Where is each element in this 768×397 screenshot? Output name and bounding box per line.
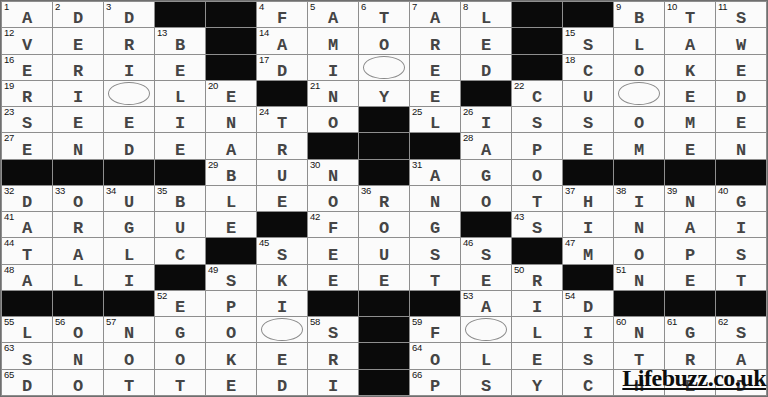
cell-r13c10[interactable] xyxy=(461,317,511,342)
cell-r1c3[interactable]: 3D xyxy=(104,2,154,27)
cell-r3c14[interactable]: K xyxy=(665,55,715,80)
cell-letter: I xyxy=(461,116,511,132)
cell-r4c12[interactable]: U xyxy=(563,81,613,106)
cell-r4c5[interactable]: 20E xyxy=(206,81,256,106)
cell-r11c5[interactable]: 49S xyxy=(206,265,256,290)
cell-r15c1[interactable]: 65D xyxy=(2,370,52,395)
cell-letter: N xyxy=(614,274,664,290)
cell-r11c1[interactable]: 48A xyxy=(2,265,52,290)
cell-r10c10[interactable]: 46S xyxy=(461,238,511,263)
cell-r15c6[interactable]: D xyxy=(257,370,307,395)
cell-letter: N xyxy=(614,221,664,237)
cell-r9c11[interactable]: 43S xyxy=(512,212,562,237)
cell-r11c11[interactable]: 50R xyxy=(512,265,562,290)
cell-letter: A xyxy=(410,169,460,185)
black-cell xyxy=(155,265,205,290)
black-cell xyxy=(512,238,562,263)
cell-letter: R xyxy=(104,38,154,54)
cell-r10c3[interactable]: L xyxy=(104,238,154,263)
cell-letter: E xyxy=(461,38,511,54)
cell-r3c13[interactable]: O xyxy=(614,55,664,80)
cell-r8c1[interactable]: 32D xyxy=(2,186,52,211)
cell-letter: A xyxy=(2,221,52,237)
cell-r15c11[interactable]: Y xyxy=(512,370,562,395)
cell-letter: A xyxy=(206,143,256,159)
cell-r6c10[interactable]: 28A xyxy=(461,133,511,158)
cell-letter: G xyxy=(410,221,460,237)
black-cell xyxy=(155,2,205,27)
cell-r11c3[interactable]: I xyxy=(104,265,154,290)
cell-r14c11[interactable]: E xyxy=(512,343,562,368)
cell-letter: I xyxy=(104,64,154,80)
cell-r9c12[interactable]: I xyxy=(563,212,613,237)
cell-letter: L xyxy=(410,116,460,132)
cell-r13c1[interactable]: 55L xyxy=(2,317,52,342)
cell-r2c4[interactable]: 13B xyxy=(155,28,205,53)
cell-letter: E xyxy=(2,64,52,80)
cell-letter: I xyxy=(308,379,358,395)
cell-letter: F xyxy=(410,326,460,342)
black-cell xyxy=(614,291,664,316)
black-cell xyxy=(104,160,154,185)
cell-letter: S xyxy=(206,274,256,290)
black-cell xyxy=(308,133,358,158)
cell-r4c11[interactable]: 22C xyxy=(512,81,562,106)
cell-r2c2[interactable]: E xyxy=(53,28,103,53)
cell-r5c10[interactable]: 26I xyxy=(461,107,511,132)
cell-r15c7[interactable]: I xyxy=(308,370,358,395)
cell-letter: I xyxy=(53,90,103,106)
cell-r3c9[interactable]: E xyxy=(410,55,460,80)
cell-r6c6[interactable]: R xyxy=(257,133,307,158)
black-cell xyxy=(359,317,409,342)
cell-r12c10[interactable]: 53A xyxy=(461,291,511,316)
cell-letter: S xyxy=(2,353,52,369)
cell-letter: E xyxy=(665,143,715,159)
cell-r3c12[interactable]: 18C xyxy=(563,55,613,80)
cell-r6c5[interactable]: A xyxy=(206,133,256,158)
cell-letter: A xyxy=(257,38,307,54)
cell-r8c2[interactable]: 33O xyxy=(53,186,103,211)
cell-letter: S xyxy=(716,326,766,342)
cell-r14c2[interactable]: N xyxy=(53,343,103,368)
cell-r4c9[interactable]: E xyxy=(410,81,460,106)
cell-letter: C xyxy=(155,248,205,264)
cell-r2c15[interactable]: W xyxy=(716,28,766,53)
cell-r14c5[interactable]: K xyxy=(206,343,256,368)
cell-r4c8[interactable]: Y xyxy=(359,81,409,106)
cell-r13c5[interactable]: O xyxy=(206,317,256,342)
cell-letter: O xyxy=(155,353,205,369)
cell-r4c4[interactable]: L xyxy=(155,81,205,106)
cell-r7c6[interactable]: U xyxy=(257,160,307,185)
cell-r8c11[interactable]: T xyxy=(512,186,562,211)
cell-letter: I xyxy=(563,326,613,342)
cell-r11c7[interactable]: E xyxy=(308,265,358,290)
cell-letter: E xyxy=(206,379,256,395)
cell-r15c9[interactable]: 66P xyxy=(410,370,460,395)
cell-r15c12[interactable]: C xyxy=(563,370,613,395)
cell-r2c9[interactable]: R xyxy=(410,28,460,53)
cell-r14c3[interactable]: O xyxy=(104,343,154,368)
cell-letter: I xyxy=(104,274,154,290)
cell-letter: U xyxy=(257,169,307,185)
cell-r5c6[interactable]: 24T xyxy=(257,107,307,132)
cell-r10c8[interactable]: U xyxy=(359,238,409,263)
cell-r9c13[interactable]: N xyxy=(614,212,664,237)
cell-r9c5[interactable]: E xyxy=(206,212,256,237)
cell-letter: P xyxy=(206,300,256,316)
cell-r8c10[interactable]: O xyxy=(461,186,511,211)
cell-r2c7[interactable]: M xyxy=(308,28,358,53)
cell-r5c15[interactable]: E xyxy=(716,107,766,132)
cell-r5c4[interactable]: I xyxy=(155,107,205,132)
cell-r2c6[interactable]: 14A xyxy=(257,28,307,53)
cell-r13c6[interactable] xyxy=(257,317,307,342)
cell-letter: E xyxy=(308,274,358,290)
cell-r13c7[interactable]: 58S xyxy=(308,317,358,342)
cell-r7c10[interactable]: G xyxy=(461,160,511,185)
cell-letter: L xyxy=(53,274,103,290)
cell-letter: E xyxy=(563,143,613,159)
cell-r7c7[interactable]: 30N xyxy=(308,160,358,185)
cell-letter: P xyxy=(512,143,562,159)
cell-letter: S xyxy=(716,248,766,264)
cell-letter: L xyxy=(155,90,205,106)
cell-letter: E xyxy=(257,353,307,369)
cell-r11c15[interactable]: T xyxy=(716,265,766,290)
cell-letter: E xyxy=(716,116,766,132)
cell-letter: D xyxy=(2,379,52,395)
cell-letter: E xyxy=(410,64,460,80)
cell-r3c2[interactable]: R xyxy=(53,55,103,80)
cell-r6c4[interactable]: E xyxy=(155,133,205,158)
cell-letter: M xyxy=(665,116,715,132)
cell-r8c4[interactable]: 35B xyxy=(155,186,205,211)
cell-r9c1[interactable]: 41A xyxy=(2,212,52,237)
cell-r10c12[interactable]: 47M xyxy=(563,238,613,263)
cell-r1c10[interactable]: 8L xyxy=(461,2,511,27)
cell-r11c6[interactable]: K xyxy=(257,265,307,290)
cell-r5c14[interactable]: M xyxy=(665,107,715,132)
cell-r8c3[interactable]: 34U xyxy=(104,186,154,211)
cell-r6c1[interactable]: 27E xyxy=(2,133,52,158)
cell-r12c11[interactable]: I xyxy=(512,291,562,316)
cell-r4c13[interactable] xyxy=(614,81,664,106)
cell-r2c12[interactable]: 15S xyxy=(563,28,613,53)
cell-letter: D xyxy=(104,143,154,159)
cell-r15c4[interactable]: T xyxy=(155,370,205,395)
cell-r13c13[interactable]: 60N xyxy=(614,317,664,342)
cell-r9c7[interactable]: 42F xyxy=(308,212,358,237)
circle-marker xyxy=(363,56,405,79)
black-cell xyxy=(2,160,52,185)
cell-r1c14[interactable]: 10T xyxy=(665,2,715,27)
cell-r11c10[interactable]: E xyxy=(461,265,511,290)
cell-letter: E xyxy=(308,248,358,264)
cell-letter: I xyxy=(614,195,664,211)
cell-r2c14[interactable]: A xyxy=(665,28,715,53)
cell-letter: R xyxy=(53,221,103,237)
cell-letter: K xyxy=(206,353,256,369)
cell-r7c5[interactable]: 29B xyxy=(206,160,256,185)
cell-r11c13[interactable]: 51N xyxy=(614,265,664,290)
cell-r2c1[interactable]: 12V xyxy=(2,28,52,53)
cell-r8c6[interactable]: E xyxy=(257,186,307,211)
cell-r2c8[interactable]: O xyxy=(359,28,409,53)
cell-letter: P xyxy=(665,248,715,264)
cell-r5c13[interactable]: O xyxy=(614,107,664,132)
cell-letter: E xyxy=(665,90,715,106)
cell-r14c12[interactable]: S xyxy=(563,343,613,368)
cell-r12c6[interactable]: I xyxy=(257,291,307,316)
cell-r4c15[interactable]: D xyxy=(716,81,766,106)
cell-letter: O xyxy=(359,38,409,54)
cell-letter: O xyxy=(359,221,409,237)
black-cell xyxy=(53,160,103,185)
cell-letter: A xyxy=(410,11,460,27)
cell-r3c6[interactable]: 17D xyxy=(257,55,307,80)
cell-letter: D xyxy=(461,64,511,80)
cell-letter: E xyxy=(206,90,256,106)
cell-letter: E xyxy=(461,274,511,290)
cell-r1c9[interactable]: 7A xyxy=(410,2,460,27)
cell-r3c7[interactable]: I xyxy=(308,55,358,80)
cell-r4c14[interactable]: E xyxy=(665,81,715,106)
cell-r4c7[interactable]: 21N xyxy=(308,81,358,106)
cell-r5c9[interactable]: 25L xyxy=(410,107,460,132)
cell-r2c3[interactable]: R xyxy=(104,28,154,53)
black-cell xyxy=(206,55,256,80)
cell-r6c14[interactable]: E xyxy=(665,133,715,158)
cell-r14c9[interactable]: 64O xyxy=(410,343,460,368)
cell-r15c3[interactable]: T xyxy=(104,370,154,395)
cell-r1c15[interactable]: 11S xyxy=(716,2,766,27)
cell-r8c14[interactable]: 39N xyxy=(665,186,715,211)
cell-letter: M xyxy=(614,143,664,159)
cell-letter: O xyxy=(206,326,256,342)
cell-letter: U xyxy=(155,221,205,237)
cell-r9c9[interactable]: G xyxy=(410,212,460,237)
cell-r13c2[interactable]: 56O xyxy=(53,317,103,342)
cell-r1c8[interactable]: 6T xyxy=(359,2,409,27)
cell-r10c9[interactable]: S xyxy=(410,238,460,263)
cell-r9c14[interactable]: A xyxy=(665,212,715,237)
cell-letter: K xyxy=(665,64,715,80)
cell-letter: I xyxy=(512,300,562,316)
black-cell xyxy=(359,160,409,185)
cell-letter: A xyxy=(665,38,715,54)
cell-letter: A xyxy=(2,11,52,27)
cell-r15c2[interactable]: O xyxy=(53,370,103,395)
cell-letter: L xyxy=(206,195,256,211)
cell-r14c10[interactable]: L xyxy=(461,343,511,368)
cell-r12c4[interactable]: 52E xyxy=(155,291,205,316)
cell-r3c8[interactable] xyxy=(359,55,409,80)
cell-letter: D xyxy=(53,11,103,27)
cell-r15c5[interactable]: E xyxy=(206,370,256,395)
cell-r9c3[interactable]: G xyxy=(104,212,154,237)
cell-r11c8[interactable]: E xyxy=(359,265,409,290)
cell-r13c15[interactable]: 62S xyxy=(716,317,766,342)
cell-r2c13[interactable]: L xyxy=(614,28,664,53)
cell-r4c3[interactable] xyxy=(104,81,154,106)
cell-r8c8[interactable]: 36R xyxy=(359,186,409,211)
cell-r8c9[interactable]: N xyxy=(410,186,460,211)
black-cell xyxy=(665,160,715,185)
black-cell xyxy=(716,291,766,316)
black-cell xyxy=(359,370,409,395)
cell-r5c3[interactable]: E xyxy=(104,107,154,132)
cell-r13c14[interactable]: 61G xyxy=(665,317,715,342)
cell-letter: H xyxy=(563,195,613,211)
black-cell xyxy=(410,133,460,158)
cell-r11c2[interactable]: L xyxy=(53,265,103,290)
cell-letter: A xyxy=(53,248,103,264)
black-cell xyxy=(512,28,562,53)
cell-r13c11[interactable]: L xyxy=(512,317,562,342)
cell-letter: U xyxy=(563,90,613,106)
cell-letter: E xyxy=(155,300,205,316)
cell-r7c9[interactable]: 31A xyxy=(410,160,460,185)
cell-r10c6[interactable]: 45S xyxy=(257,238,307,263)
cell-letter: E xyxy=(2,143,52,159)
cell-letter: R xyxy=(410,38,460,54)
cell-letter: O xyxy=(308,116,358,132)
cell-letter: M xyxy=(563,248,613,264)
cell-r6c3[interactable]: D xyxy=(104,133,154,158)
cell-r10c4[interactable]: C xyxy=(155,238,205,263)
cell-letter: T xyxy=(359,11,409,27)
cell-r3c4[interactable]: E xyxy=(155,55,205,80)
cell-letter: Y xyxy=(359,90,409,106)
cell-r4c1[interactable]: 19R xyxy=(2,81,52,106)
cell-letter: F xyxy=(308,221,358,237)
black-cell xyxy=(461,81,511,106)
cell-r5c11[interactable]: S xyxy=(512,107,562,132)
cell-r12c5[interactable]: P xyxy=(206,291,256,316)
cell-r2c10[interactable]: E xyxy=(461,28,511,53)
cell-r3c15[interactable]: E xyxy=(716,55,766,80)
cell-letter: O xyxy=(512,169,562,185)
cell-r1c1[interactable]: 1A xyxy=(2,2,52,27)
black-cell xyxy=(716,160,766,185)
cell-r9c2[interactable]: R xyxy=(53,212,103,237)
crossword-board: 1A2D3D4F5A6T7A8L9B10T11S12VER13B14AMORE1… xyxy=(0,0,768,397)
cell-letter: N xyxy=(104,326,154,342)
cell-r3c10[interactable]: D xyxy=(461,55,511,80)
cell-letter: V xyxy=(2,38,52,54)
cell-r12c12[interactable]: 54D xyxy=(563,291,613,316)
cell-r11c9[interactable]: T xyxy=(410,265,460,290)
cell-letter: N xyxy=(665,195,715,211)
cell-letter: M xyxy=(308,38,358,54)
cell-r6c12[interactable]: E xyxy=(563,133,613,158)
cell-r13c9[interactable]: 59F xyxy=(410,317,460,342)
cell-r10c14[interactable]: P xyxy=(665,238,715,263)
cell-letter: B xyxy=(206,169,256,185)
cell-r6c2[interactable]: N xyxy=(53,133,103,158)
cell-letter: L xyxy=(614,38,664,54)
cell-r1c2[interactable]: 2D xyxy=(53,2,103,27)
cell-letter: G xyxy=(104,221,154,237)
cell-letter: G xyxy=(716,195,766,211)
cell-r4c2[interactable]: I xyxy=(53,81,103,106)
black-cell xyxy=(614,160,664,185)
cell-letter: E xyxy=(155,64,205,80)
cell-letter: T xyxy=(410,274,460,290)
cell-r14c1[interactable]: 63S xyxy=(2,343,52,368)
cell-r10c15[interactable]: S xyxy=(716,238,766,263)
cell-r10c13[interactable]: O xyxy=(614,238,664,263)
cell-r8c13[interactable]: 38I xyxy=(614,186,664,211)
cell-r13c4[interactable]: G xyxy=(155,317,205,342)
black-cell xyxy=(53,291,103,316)
cell-r5c12[interactable]: S xyxy=(563,107,613,132)
cell-r14c6[interactable]: E xyxy=(257,343,307,368)
cell-r11c14[interactable]: E xyxy=(665,265,715,290)
cell-letter: O xyxy=(53,379,103,395)
cell-r14c4[interactable]: O xyxy=(155,343,205,368)
cell-r9c8[interactable]: O xyxy=(359,212,409,237)
cell-r5c2[interactable]: E xyxy=(53,107,103,132)
cell-r1c7[interactable]: 5A xyxy=(308,2,358,27)
black-cell xyxy=(461,212,511,237)
cell-r10c2[interactable]: A xyxy=(53,238,103,263)
circle-marker xyxy=(618,82,660,105)
cell-r3c1[interactable]: 16E xyxy=(2,55,52,80)
cell-r6c11[interactable]: P xyxy=(512,133,562,158)
cell-r9c15[interactable]: I xyxy=(716,212,766,237)
cell-letter: W xyxy=(716,38,766,54)
cell-r10c1[interactable]: 44T xyxy=(2,238,52,263)
cell-letter: K xyxy=(257,274,307,290)
cell-letter: O xyxy=(614,64,664,80)
cell-r1c6[interactable]: 4F xyxy=(257,2,307,27)
cell-letter: N xyxy=(716,143,766,159)
cell-r5c5[interactable]: N xyxy=(206,107,256,132)
cell-letter: E xyxy=(53,38,103,54)
cell-letter: T xyxy=(155,379,205,395)
cell-r8c15[interactable]: 40G xyxy=(716,186,766,211)
cell-r13c3[interactable]: 57N xyxy=(104,317,154,342)
cell-letter: I xyxy=(257,300,307,316)
cell-r13c12[interactable]: I xyxy=(563,317,613,342)
cell-r3c3[interactable]: I xyxy=(104,55,154,80)
cell-r7c11[interactable]: O xyxy=(512,160,562,185)
cell-r15c10[interactable]: S xyxy=(461,370,511,395)
cell-r1c13[interactable]: 9B xyxy=(614,2,664,27)
cell-r10c7[interactable]: E xyxy=(308,238,358,263)
cell-r6c13[interactable]: M xyxy=(614,133,664,158)
cell-r6c15[interactable]: N xyxy=(716,133,766,158)
black-cell xyxy=(512,2,562,27)
black-cell xyxy=(206,28,256,53)
cell-r9c4[interactable]: U xyxy=(155,212,205,237)
cell-r8c5[interactable]: L xyxy=(206,186,256,211)
cell-r14c7[interactable]: R xyxy=(308,343,358,368)
cell-letter: B xyxy=(155,195,205,211)
cell-letter: O xyxy=(410,353,460,369)
cell-r5c7[interactable]: O xyxy=(308,107,358,132)
cell-r5c1[interactable]: 23S xyxy=(2,107,52,132)
cell-r8c7[interactable]: O xyxy=(308,186,358,211)
cell-letter: T xyxy=(716,274,766,290)
cell-r8c12[interactable]: 37H xyxy=(563,186,613,211)
cell-letter: Y xyxy=(512,379,562,395)
cell-letter: R xyxy=(53,64,103,80)
cell-letter: C xyxy=(512,90,562,106)
